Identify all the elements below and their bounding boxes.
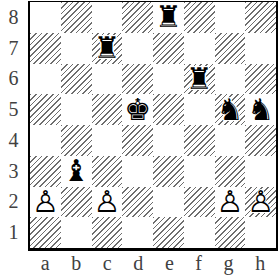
square-a6[interactable] — [30, 64, 61, 95]
square-d2[interactable] — [122, 187, 153, 218]
square-b2[interactable] — [61, 187, 92, 218]
square-h2[interactable]: ♟♙ — [245, 187, 276, 218]
square-d6[interactable] — [122, 64, 153, 95]
white-pawn-fill: ♟ — [245, 187, 276, 218]
black-rook-f6[interactable]: ♜ — [184, 64, 215, 95]
square-h3[interactable] — [245, 156, 276, 187]
square-b1[interactable] — [61, 217, 92, 248]
chess-diagram: 87654321 ♜♜♜♚♞♞♝♟♙♟♙♟♙♟♙ abcdefgh — [0, 0, 279, 279]
square-e5[interactable] — [153, 94, 184, 125]
file-label-c: c — [92, 250, 122, 277]
square-e2[interactable] — [153, 187, 184, 218]
black-king-d5[interactable]: ♚ — [122, 94, 153, 125]
square-d4[interactable] — [122, 125, 153, 156]
square-h5[interactable]: ♞ — [245, 94, 276, 125]
square-a5[interactable] — [30, 94, 61, 125]
square-e1[interactable] — [153, 217, 184, 248]
square-e4[interactable] — [153, 125, 184, 156]
black-rook-e8[interactable]: ♜ — [153, 2, 184, 33]
white-pawn-fill: ♟ — [30, 187, 61, 218]
file-label-e: e — [154, 250, 184, 277]
square-g5[interactable]: ♞ — [215, 94, 246, 125]
file-label-a: a — [30, 250, 60, 277]
rank-label-1: 1 — [0, 217, 27, 248]
board-frame: ♜♜♜♚♞♞♝♟♙♟♙♟♙♟♙ — [28, 1, 278, 251]
square-a2[interactable]: ♟♙ — [30, 187, 61, 218]
rank-label-8: 8 — [0, 2, 27, 33]
square-e6[interactable] — [153, 64, 184, 95]
rank-label-5: 5 — [0, 94, 27, 125]
square-h4[interactable] — [245, 125, 276, 156]
square-e7[interactable] — [153, 33, 184, 64]
black-knight-h5[interactable]: ♞ — [245, 94, 276, 125]
black-bishop-b3[interactable]: ♝ — [61, 156, 92, 187]
square-b8[interactable] — [61, 2, 92, 33]
square-g6[interactable] — [215, 64, 246, 95]
square-g3[interactable] — [215, 156, 246, 187]
square-f3[interactable] — [184, 156, 215, 187]
square-f7[interactable] — [184, 33, 215, 64]
square-e3[interactable] — [153, 156, 184, 187]
square-g8[interactable] — [215, 2, 246, 33]
rank-label-6: 6 — [0, 64, 27, 95]
file-label-d: d — [123, 250, 155, 277]
square-c3[interactable] — [92, 156, 123, 187]
square-e8[interactable]: ♜ — [153, 2, 184, 33]
square-c7[interactable]: ♜ — [92, 33, 123, 64]
file-label-b: b — [60, 250, 92, 277]
square-b4[interactable] — [61, 125, 92, 156]
square-f2[interactable] — [184, 187, 215, 218]
square-f8[interactable] — [184, 2, 215, 33]
square-d7[interactable] — [122, 33, 153, 64]
square-b3[interactable]: ♝ — [61, 156, 92, 187]
square-g1[interactable] — [215, 217, 246, 248]
square-b5[interactable] — [61, 94, 92, 125]
square-c2[interactable]: ♟♙ — [92, 187, 123, 218]
rank-label-7: 7 — [0, 33, 27, 64]
rank-label-4: 4 — [0, 125, 27, 156]
square-f6[interactable]: ♜ — [184, 64, 215, 95]
square-f1[interactable] — [184, 217, 215, 248]
square-f5[interactable] — [184, 94, 215, 125]
rank-labels: 87654321 — [0, 2, 27, 248]
white-pawn-fill: ♟ — [215, 187, 246, 218]
rank-label-2: 2 — [0, 187, 27, 218]
square-h8[interactable] — [245, 2, 276, 33]
black-knight-g5[interactable]: ♞ — [215, 94, 246, 125]
square-a7[interactable] — [30, 33, 61, 64]
square-a3[interactable] — [30, 156, 61, 187]
square-c1[interactable] — [92, 217, 123, 248]
square-d3[interactable] — [122, 156, 153, 187]
square-a8[interactable] — [30, 2, 61, 33]
file-label-g: g — [213, 250, 245, 277]
white-pawn-fill: ♟ — [92, 187, 123, 218]
square-b7[interactable] — [61, 33, 92, 64]
file-labels: abcdefgh — [30, 250, 276, 277]
square-c4[interactable] — [92, 125, 123, 156]
white-pawn-c2[interactable]: ♙ — [92, 187, 123, 218]
square-g2[interactable]: ♟♙ — [215, 187, 246, 218]
square-g4[interactable] — [215, 125, 246, 156]
rank-label-3: 3 — [0, 156, 27, 187]
square-a1[interactable] — [30, 217, 61, 248]
square-h1[interactable] — [245, 217, 276, 248]
square-c8[interactable] — [92, 2, 123, 33]
file-label-h: h — [244, 250, 276, 277]
board: ♜♜♜♚♞♞♝♟♙♟♙♟♙♟♙ — [30, 2, 276, 248]
square-c6[interactable] — [92, 64, 123, 95]
square-f4[interactable] — [184, 125, 215, 156]
square-c5[interactable] — [92, 94, 123, 125]
square-d5[interactable]: ♚ — [122, 94, 153, 125]
white-pawn-h2[interactable]: ♙ — [245, 187, 276, 218]
white-pawn-a2[interactable]: ♙ — [30, 187, 61, 218]
file-label-f: f — [185, 250, 213, 277]
square-a4[interactable] — [30, 125, 61, 156]
square-g7[interactable] — [215, 33, 246, 64]
square-h6[interactable] — [245, 64, 276, 95]
square-d8[interactable] — [122, 2, 153, 33]
black-rook-c7[interactable]: ♜ — [92, 33, 123, 64]
square-b6[interactable] — [61, 64, 92, 95]
square-d1[interactable] — [122, 217, 153, 248]
white-pawn-g2[interactable]: ♙ — [215, 187, 246, 218]
square-h7[interactable] — [245, 33, 276, 64]
